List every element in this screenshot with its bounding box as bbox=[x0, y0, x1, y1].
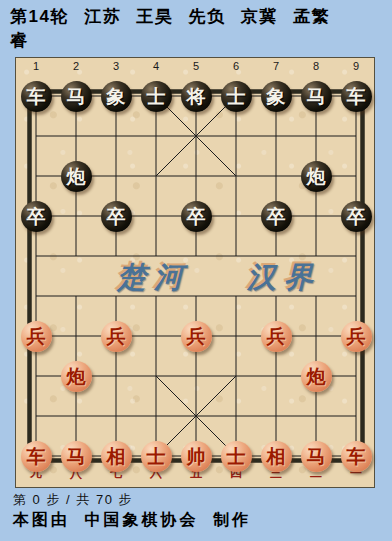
board-cell[interactable]: 卒 bbox=[96, 196, 136, 236]
board-cell[interactable]: 卒 bbox=[16, 196, 56, 236]
piece-red[interactable]: 马 bbox=[301, 441, 332, 472]
piece-black[interactable]: 车 bbox=[341, 81, 372, 112]
piece-black[interactable]: 卒 bbox=[21, 201, 52, 232]
board-cell[interactable] bbox=[296, 116, 336, 156]
board-cell[interactable] bbox=[56, 316, 96, 356]
piece-black[interactable]: 象 bbox=[261, 81, 292, 112]
piece-black[interactable]: 卒 bbox=[181, 201, 212, 232]
board-cell[interactable] bbox=[136, 196, 176, 236]
board-cell[interactable]: 兵 bbox=[256, 316, 296, 356]
board-cell[interactable] bbox=[336, 356, 376, 396]
board-cell[interactable] bbox=[336, 396, 376, 436]
piece-red[interactable]: 士 bbox=[221, 441, 252, 472]
board-cell[interactable] bbox=[336, 276, 376, 316]
board-cell[interactable]: 兵 bbox=[96, 316, 136, 356]
board-cell[interactable]: 炮 bbox=[296, 156, 336, 196]
board-cell[interactable] bbox=[16, 276, 56, 316]
board-cell[interactable] bbox=[96, 356, 136, 396]
board-cell[interactable] bbox=[296, 196, 336, 236]
piece-red[interactable]: 炮 bbox=[301, 361, 332, 392]
piece-black[interactable]: 卒 bbox=[341, 201, 372, 232]
piece-red[interactable]: 士 bbox=[141, 441, 172, 472]
board-cell[interactable]: 将 bbox=[176, 76, 216, 116]
board-cell[interactable]: 象 bbox=[96, 76, 136, 116]
board-cell[interactable] bbox=[56, 276, 96, 316]
board-cell[interactable] bbox=[136, 276, 176, 316]
board-cell[interactable]: 炮 bbox=[56, 356, 96, 396]
piece-black[interactable]: 卒 bbox=[101, 201, 132, 232]
board-cell[interactable]: 卒 bbox=[176, 196, 216, 236]
board-cell[interactable] bbox=[216, 156, 256, 196]
board-cell[interactable] bbox=[296, 236, 336, 276]
match-title-line1: 第14轮 江苏 王昊 先负 京冀 孟繁 bbox=[10, 5, 386, 29]
board-grid: 车马象士将士象马车炮炮卒卒卒卒卒兵兵兵兵兵炮炮车马相士帅士相马车 bbox=[16, 76, 376, 476]
board-cell[interactable] bbox=[336, 156, 376, 196]
board-cell[interactable] bbox=[176, 236, 216, 276]
board-cell[interactable] bbox=[216, 236, 256, 276]
board-cell[interactable] bbox=[136, 396, 176, 436]
piece-red[interactable]: 相 bbox=[101, 441, 132, 472]
piece-black[interactable]: 士 bbox=[221, 81, 252, 112]
board-cell[interactable]: 炮 bbox=[296, 356, 336, 396]
board-cell[interactable] bbox=[136, 156, 176, 196]
board-cell[interactable] bbox=[16, 356, 56, 396]
board-cell[interactable] bbox=[56, 396, 96, 436]
board-cell[interactable]: 象 bbox=[256, 76, 296, 116]
piece-red[interactable]: 兵 bbox=[261, 321, 292, 352]
piece-black[interactable]: 卒 bbox=[261, 201, 292, 232]
board-cell[interactable] bbox=[96, 116, 136, 156]
board-cell[interactable]: 兵 bbox=[16, 316, 56, 356]
piece-red[interactable]: 马 bbox=[61, 441, 92, 472]
board-cell[interactable] bbox=[336, 116, 376, 156]
piece-black[interactable]: 炮 bbox=[61, 161, 92, 192]
match-title-line2: 睿 bbox=[10, 29, 386, 53]
board-cell[interactable] bbox=[136, 356, 176, 396]
board-cell[interactable] bbox=[176, 356, 216, 396]
board-cell[interactable] bbox=[16, 156, 56, 196]
board-cell[interactable] bbox=[216, 356, 256, 396]
piece-black[interactable]: 炮 bbox=[301, 161, 332, 192]
board-cell[interactable] bbox=[96, 236, 136, 276]
board-cell[interactable]: 兵 bbox=[336, 316, 376, 356]
board-cell[interactable] bbox=[96, 156, 136, 196]
piece-red[interactable]: 车 bbox=[341, 441, 372, 472]
piece-red[interactable]: 兵 bbox=[101, 321, 132, 352]
piece-black[interactable]: 将 bbox=[181, 81, 212, 112]
board-cell[interactable] bbox=[16, 116, 56, 156]
xiangqi-board: 123456789 楚河 汉界 车马象士将士象马车炮炮卒卒卒卒卒兵兵兵兵兵炮炮车… bbox=[15, 57, 375, 488]
piece-black[interactable]: 车 bbox=[21, 81, 52, 112]
board-cell[interactable] bbox=[56, 236, 96, 276]
board-cell[interactable] bbox=[256, 116, 296, 156]
board-cell[interactable] bbox=[216, 396, 256, 436]
board-cell[interactable] bbox=[16, 396, 56, 436]
piece-black[interactable]: 士 bbox=[141, 81, 172, 112]
credit-line: 本图由 中国象棋协会 制作 bbox=[13, 510, 251, 531]
piece-red[interactable]: 帅 bbox=[181, 441, 212, 472]
piece-red[interactable]: 兵 bbox=[181, 321, 212, 352]
piece-black[interactable]: 马 bbox=[61, 81, 92, 112]
board-cell[interactable]: 士 bbox=[216, 76, 256, 116]
board-cell[interactable]: 车 bbox=[16, 76, 56, 116]
board-cell[interactable]: 炮 bbox=[56, 156, 96, 196]
board-cell[interactable]: 马 bbox=[296, 76, 336, 116]
board-cell[interactable] bbox=[176, 396, 216, 436]
move-counter: 第 0 步 / 共 70 步 bbox=[13, 491, 133, 509]
board-cell[interactable]: 马 bbox=[56, 76, 96, 116]
board-cell[interactable] bbox=[96, 276, 136, 316]
board-cell[interactable] bbox=[256, 356, 296, 396]
board-cell[interactable] bbox=[216, 276, 256, 316]
board-cell[interactable] bbox=[56, 196, 96, 236]
board-cell[interactable] bbox=[216, 316, 256, 356]
board-cell[interactable] bbox=[216, 116, 256, 156]
board-cell[interactable] bbox=[256, 276, 296, 316]
match-title: 第14轮 江苏 王昊 先负 京冀 孟繁 睿 bbox=[10, 5, 386, 53]
board-cell[interactable] bbox=[256, 396, 296, 436]
board-cell[interactable] bbox=[56, 116, 96, 156]
board-cell[interactable]: 车 bbox=[336, 76, 376, 116]
board-cell[interactable] bbox=[216, 196, 256, 236]
piece-red[interactable]: 兵 bbox=[341, 321, 372, 352]
board-cell[interactable] bbox=[256, 156, 296, 196]
board-cell[interactable] bbox=[296, 396, 336, 436]
board-cell[interactable]: 兵 bbox=[176, 316, 216, 356]
board-cell[interactable]: 士 bbox=[136, 76, 176, 116]
board-cell[interactable] bbox=[296, 276, 336, 316]
board-cell[interactable] bbox=[136, 316, 176, 356]
board-cell[interactable]: 卒 bbox=[336, 196, 376, 236]
board-cell[interactable] bbox=[16, 236, 56, 276]
board-cell[interactable] bbox=[296, 316, 336, 356]
piece-red[interactable]: 相 bbox=[261, 441, 292, 472]
piece-red[interactable]: 兵 bbox=[21, 321, 52, 352]
piece-black[interactable]: 象 bbox=[101, 81, 132, 112]
piece-red[interactable]: 炮 bbox=[61, 361, 92, 392]
board-cell[interactable] bbox=[136, 236, 176, 276]
board-cell[interactable] bbox=[176, 156, 216, 196]
board-cell[interactable] bbox=[96, 396, 136, 436]
page: 第14轮 江苏 王昊 先负 京冀 孟繁 睿 123456789 楚河 汉界 bbox=[0, 0, 392, 541]
board-cell[interactable] bbox=[136, 116, 176, 156]
board-cell[interactable]: 卒 bbox=[256, 196, 296, 236]
board-cell[interactable] bbox=[176, 276, 216, 316]
board-cell[interactable] bbox=[256, 236, 296, 276]
board-cell[interactable] bbox=[176, 116, 216, 156]
piece-red[interactable]: 车 bbox=[21, 441, 52, 472]
board-cell[interactable] bbox=[336, 236, 376, 276]
piece-black[interactable]: 马 bbox=[301, 81, 332, 112]
